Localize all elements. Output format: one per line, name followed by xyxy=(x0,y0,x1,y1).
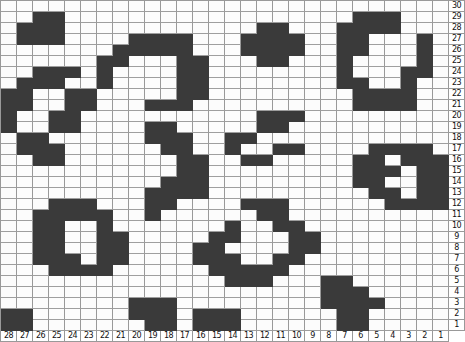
grid-cell xyxy=(241,298,257,309)
grid-cell xyxy=(305,23,321,34)
grid-cell xyxy=(113,56,129,67)
grid-cell xyxy=(1,232,17,243)
grid-cell xyxy=(193,320,209,331)
grid-cell xyxy=(401,166,417,177)
grid-cell xyxy=(305,166,321,177)
grid-cell xyxy=(129,210,145,221)
grid-cell xyxy=(65,265,81,276)
grid-cell xyxy=(1,122,17,133)
grid-cell xyxy=(417,287,433,298)
grid-cell xyxy=(401,67,417,78)
grid-cell xyxy=(113,243,129,254)
grid-cell xyxy=(257,243,273,254)
grid-cell xyxy=(17,89,33,100)
grid-cell xyxy=(433,232,449,243)
grid-cell xyxy=(97,177,113,188)
grid-cell xyxy=(289,78,305,89)
grid-cell xyxy=(225,243,241,254)
grid-cell xyxy=(369,320,385,331)
grid-cell xyxy=(209,265,225,276)
grid-cell xyxy=(33,232,49,243)
grid-cell xyxy=(385,122,401,133)
grid-cell xyxy=(81,144,97,155)
grid-cell xyxy=(401,144,417,155)
grid-cell xyxy=(81,23,97,34)
grid-cell xyxy=(257,199,273,210)
grid-cell xyxy=(257,144,273,155)
grid-cell xyxy=(273,254,289,265)
grid-cell xyxy=(433,276,449,287)
grid-cell xyxy=(417,100,433,111)
col-label: 8 xyxy=(321,331,337,342)
grid-cell xyxy=(225,1,241,12)
grid-cell xyxy=(129,243,145,254)
grid-cell xyxy=(81,67,97,78)
grid-cell xyxy=(33,133,49,144)
grid-cell xyxy=(385,276,401,287)
grid-cell xyxy=(177,199,193,210)
grid-cell xyxy=(113,133,129,144)
grid-cell xyxy=(321,210,337,221)
grid-cell xyxy=(193,100,209,111)
grid-cell xyxy=(81,1,97,12)
grid-cell xyxy=(161,320,177,331)
row-label: 4 xyxy=(449,287,465,298)
grid-cell xyxy=(305,133,321,144)
grid-cell xyxy=(401,199,417,210)
grid-cell xyxy=(225,23,241,34)
grid-cell xyxy=(97,78,113,89)
grid-cell xyxy=(241,155,257,166)
grid-cell xyxy=(289,45,305,56)
grid-cell xyxy=(433,265,449,276)
grid-cell xyxy=(321,188,337,199)
grid-cell xyxy=(33,210,49,221)
grid-cell xyxy=(49,12,65,23)
grid-cell xyxy=(337,155,353,166)
col-label: 17 xyxy=(177,331,193,342)
grid-cell xyxy=(1,56,17,67)
grid-cell xyxy=(241,122,257,133)
grid-cell xyxy=(401,254,417,265)
grid-cell xyxy=(65,287,81,298)
grid-cell xyxy=(81,89,97,100)
grid-cell xyxy=(353,177,369,188)
grid-cell xyxy=(129,133,145,144)
row-label: 6 xyxy=(449,265,465,276)
grid-cell xyxy=(353,221,369,232)
grid-cell xyxy=(353,1,369,12)
grid-cell xyxy=(433,133,449,144)
grid-cell xyxy=(401,188,417,199)
grid-cell xyxy=(113,232,129,243)
grid-cell xyxy=(305,188,321,199)
grid-cell xyxy=(33,265,49,276)
grid-cell xyxy=(401,298,417,309)
grid-cell xyxy=(369,254,385,265)
grid-cell xyxy=(65,56,81,67)
grid-cell xyxy=(321,221,337,232)
grid-cell xyxy=(177,243,193,254)
grid-cell xyxy=(401,309,417,320)
grid-cell xyxy=(401,232,417,243)
grid-cell xyxy=(113,177,129,188)
grid-cell xyxy=(65,188,81,199)
grid-cell xyxy=(129,144,145,155)
grid-cell xyxy=(305,34,321,45)
grid-cell xyxy=(417,1,433,12)
grid-cell xyxy=(17,34,33,45)
grid-cell xyxy=(241,111,257,122)
grid-cell xyxy=(273,89,289,100)
grid-cell xyxy=(129,320,145,331)
grid-cell xyxy=(145,320,161,331)
grid-cell xyxy=(97,298,113,309)
grid-cell xyxy=(337,67,353,78)
grid-cell xyxy=(97,1,113,12)
grid-cell xyxy=(273,111,289,122)
grid-cell xyxy=(353,111,369,122)
grid-cell xyxy=(273,56,289,67)
grid-cell xyxy=(321,166,337,177)
grid-cell xyxy=(241,254,257,265)
grid-cell xyxy=(273,265,289,276)
grid-cell xyxy=(33,12,49,23)
grid-cell xyxy=(17,78,33,89)
grid-cell xyxy=(177,254,193,265)
grid-cell xyxy=(337,188,353,199)
grid-cell xyxy=(385,56,401,67)
grid-cell xyxy=(225,232,241,243)
grid-cell xyxy=(97,210,113,221)
grid-cell xyxy=(97,133,113,144)
grid-cell xyxy=(49,45,65,56)
grid-cell xyxy=(321,199,337,210)
grid-cell xyxy=(97,254,113,265)
grid-cell xyxy=(417,243,433,254)
grid-cell xyxy=(49,56,65,67)
grid-cell xyxy=(177,298,193,309)
grid-cell xyxy=(145,265,161,276)
grid-cell xyxy=(337,111,353,122)
col-label: 11 xyxy=(273,331,289,342)
grid-cell xyxy=(417,12,433,23)
grid-cell xyxy=(353,67,369,78)
grid-cell xyxy=(1,166,17,177)
grid-cell xyxy=(209,100,225,111)
grid-cell xyxy=(273,1,289,12)
grid-cell xyxy=(193,188,209,199)
grid-cell xyxy=(289,298,305,309)
grid-cell xyxy=(49,287,65,298)
grid-cell xyxy=(193,287,209,298)
grid-cell xyxy=(257,133,273,144)
grid-cell xyxy=(225,298,241,309)
grid-cell xyxy=(97,67,113,78)
grid-cell xyxy=(289,67,305,78)
grid-cell xyxy=(241,67,257,78)
grid-cell xyxy=(49,265,65,276)
grid-cell xyxy=(193,12,209,23)
grid-cell xyxy=(353,144,369,155)
grid-cell xyxy=(113,67,129,78)
grid-cell xyxy=(161,309,177,320)
col-label: 1 xyxy=(433,331,449,342)
grid-cell xyxy=(225,56,241,67)
grid-cell xyxy=(1,78,17,89)
grid-cell xyxy=(1,287,17,298)
grid-cell xyxy=(289,122,305,133)
grid-cell xyxy=(273,23,289,34)
grid-cell xyxy=(337,276,353,287)
grid-cell xyxy=(289,144,305,155)
grid-cell xyxy=(161,221,177,232)
col-label: 10 xyxy=(289,331,305,342)
grid-cell xyxy=(337,210,353,221)
grid-cell xyxy=(289,133,305,144)
grid-cell xyxy=(113,111,129,122)
grid-cell xyxy=(193,67,209,78)
knitting-chart: 3029282726252423222120191817161514131211… xyxy=(0,0,465,342)
grid-cell xyxy=(433,12,449,23)
grid-cell xyxy=(433,122,449,133)
grid-cell xyxy=(177,210,193,221)
grid-cell xyxy=(1,243,17,254)
grid-cell xyxy=(401,177,417,188)
grid-cell xyxy=(113,166,129,177)
grid-cell xyxy=(65,78,81,89)
grid-cell xyxy=(49,254,65,265)
grid-cell xyxy=(209,188,225,199)
grid-cell xyxy=(385,67,401,78)
grid-cell xyxy=(49,243,65,254)
grid-cell xyxy=(337,89,353,100)
grid-cell xyxy=(337,34,353,45)
grid-cell xyxy=(33,276,49,287)
grid-cell xyxy=(369,78,385,89)
grid-cell xyxy=(113,320,129,331)
grid-cell xyxy=(81,265,97,276)
grid-cell xyxy=(417,23,433,34)
row-label: 9 xyxy=(449,232,465,243)
grid-cell xyxy=(17,133,33,144)
grid-cell xyxy=(417,210,433,221)
grid-cell xyxy=(369,45,385,56)
grid-cell xyxy=(161,199,177,210)
grid-cell xyxy=(305,265,321,276)
grid-cell xyxy=(129,12,145,23)
grid-cell xyxy=(113,12,129,23)
grid-cell xyxy=(177,78,193,89)
grid-cell xyxy=(129,56,145,67)
grid-cell xyxy=(193,78,209,89)
grid-cell xyxy=(177,287,193,298)
grid-cell xyxy=(401,265,417,276)
grid-cell xyxy=(305,56,321,67)
grid-cell xyxy=(433,144,449,155)
grid-cell xyxy=(369,144,385,155)
grid-cell xyxy=(321,243,337,254)
grid-cell xyxy=(145,23,161,34)
grid-cell xyxy=(129,45,145,56)
grid-cell xyxy=(113,298,129,309)
grid-cell xyxy=(1,45,17,56)
grid-cell xyxy=(145,100,161,111)
grid-cell xyxy=(289,309,305,320)
grid-cell xyxy=(81,254,97,265)
grid-cell xyxy=(401,320,417,331)
grid-cell xyxy=(289,12,305,23)
grid-cell xyxy=(273,12,289,23)
grid-cell xyxy=(209,221,225,232)
grid-cell xyxy=(305,1,321,12)
grid-cell xyxy=(241,320,257,331)
row-label: 16 xyxy=(449,155,465,166)
grid-cell xyxy=(49,100,65,111)
grid-cell xyxy=(81,320,97,331)
grid-cell xyxy=(369,133,385,144)
col-label: 7 xyxy=(337,331,353,342)
grid-cell xyxy=(145,309,161,320)
grid-cell xyxy=(145,243,161,254)
grid-cell xyxy=(129,67,145,78)
grid-cell xyxy=(145,45,161,56)
row-label: 8 xyxy=(449,243,465,254)
row-label: 27 xyxy=(449,34,465,45)
grid-cell xyxy=(417,89,433,100)
column-number-labels: 2827262524232221201918171615141312111098… xyxy=(0,331,449,342)
grid-cell xyxy=(177,232,193,243)
grid-cell xyxy=(369,265,385,276)
grid-cell xyxy=(417,177,433,188)
grid-cell xyxy=(129,89,145,100)
grid-cell xyxy=(369,287,385,298)
grid-cell xyxy=(113,1,129,12)
grid-cell xyxy=(65,45,81,56)
grid-cell xyxy=(433,155,449,166)
grid-cell xyxy=(337,100,353,111)
grid-cell xyxy=(81,45,97,56)
grid-cell xyxy=(241,199,257,210)
grid-cell xyxy=(209,67,225,78)
grid-cell xyxy=(337,23,353,34)
grid-cell xyxy=(369,276,385,287)
grid-cell xyxy=(193,276,209,287)
grid-cell xyxy=(417,133,433,144)
grid-cell xyxy=(225,199,241,210)
grid-cell xyxy=(273,177,289,188)
grid-cell xyxy=(273,133,289,144)
grid-cell xyxy=(17,254,33,265)
grid-cell xyxy=(65,111,81,122)
grid-cell xyxy=(97,12,113,23)
grid-cell xyxy=(193,34,209,45)
grid-cell xyxy=(225,177,241,188)
grid-cell xyxy=(369,155,385,166)
grid-cell xyxy=(353,254,369,265)
grid-cell xyxy=(65,210,81,221)
grid-cell xyxy=(49,221,65,232)
grid-cell xyxy=(401,133,417,144)
grid-cell xyxy=(385,298,401,309)
grid-cell xyxy=(273,166,289,177)
grid-cell xyxy=(321,320,337,331)
grid-cell xyxy=(353,320,369,331)
grid-cell xyxy=(17,155,33,166)
grid-cell xyxy=(257,23,273,34)
grid-cell xyxy=(353,210,369,221)
grid-cell xyxy=(417,56,433,67)
grid-cell xyxy=(49,309,65,320)
grid-cell xyxy=(257,111,273,122)
grid-cell xyxy=(353,298,369,309)
grid-cell xyxy=(289,100,305,111)
grid-cell xyxy=(225,133,241,144)
grid-cell xyxy=(1,111,17,122)
col-label: 16 xyxy=(193,331,209,342)
grid-cell xyxy=(145,232,161,243)
grid-cell xyxy=(193,243,209,254)
grid-cell xyxy=(17,23,33,34)
grid-cell xyxy=(273,243,289,254)
grid-cell xyxy=(289,188,305,199)
grid-cell xyxy=(209,122,225,133)
grid-cell xyxy=(81,155,97,166)
grid-cell xyxy=(113,287,129,298)
grid-cell xyxy=(177,56,193,67)
grid-cell xyxy=(433,111,449,122)
grid-cell xyxy=(289,210,305,221)
col-label: 23 xyxy=(81,331,97,342)
grid-cell xyxy=(97,56,113,67)
grid-cell xyxy=(113,254,129,265)
grid-cell xyxy=(33,1,49,12)
grid-cell xyxy=(241,188,257,199)
grid-cell xyxy=(289,221,305,232)
grid-cell xyxy=(81,210,97,221)
grid-cell xyxy=(321,309,337,320)
grid-cell xyxy=(113,144,129,155)
grid-cell xyxy=(33,122,49,133)
grid-cell xyxy=(113,100,129,111)
grid-cell xyxy=(161,298,177,309)
grid-cell xyxy=(353,122,369,133)
grid-cell xyxy=(193,23,209,34)
grid-cell xyxy=(49,133,65,144)
grid-cell xyxy=(385,89,401,100)
grid-cell xyxy=(401,23,417,34)
grid-cell xyxy=(257,265,273,276)
grid-cell xyxy=(305,221,321,232)
grid-cell xyxy=(161,111,177,122)
grid-cell xyxy=(17,309,33,320)
grid-cell xyxy=(401,287,417,298)
grid-cell xyxy=(145,122,161,133)
grid-cell xyxy=(369,67,385,78)
grid-cell xyxy=(241,78,257,89)
grid-cell xyxy=(401,100,417,111)
grid-cell xyxy=(305,276,321,287)
grid-cell xyxy=(17,298,33,309)
grid-cell xyxy=(17,111,33,122)
grid-cell xyxy=(161,34,177,45)
grid-cell xyxy=(433,243,449,254)
grid-cell xyxy=(321,265,337,276)
grid-cell xyxy=(65,67,81,78)
grid-cell xyxy=(289,155,305,166)
grid-cell xyxy=(417,276,433,287)
grid-cell xyxy=(65,254,81,265)
